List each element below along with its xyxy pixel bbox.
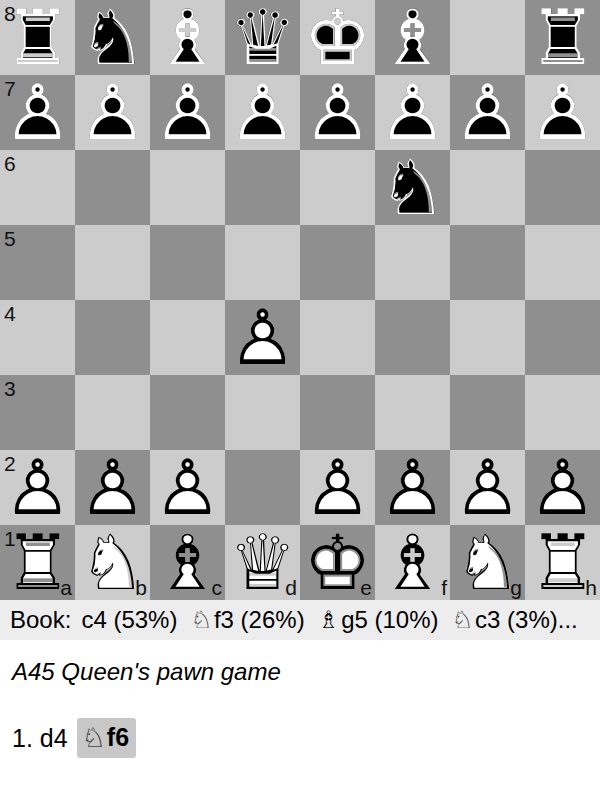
white-bishop-glyph: ♝ xyxy=(375,525,450,600)
white-pawn-glyph: ♟ xyxy=(375,450,450,525)
white-pawn-glyph: ♟ xyxy=(225,300,300,375)
square-d4[interactable]: ♟♙ xyxy=(225,300,300,375)
square-g6[interactable] xyxy=(450,150,525,225)
square-g1[interactable]: g♞♘ xyxy=(450,525,525,600)
square-b3[interactable] xyxy=(75,375,150,450)
file-label-h: h xyxy=(585,577,597,598)
knight-glyph-icon: ♘ xyxy=(82,722,106,753)
move-list: 1. d4 ♘f6 xyxy=(12,718,600,758)
black-pawn-glyph: ♟ xyxy=(300,75,375,150)
square-d2[interactable] xyxy=(225,450,300,525)
square-d7[interactable]: ♟♙ xyxy=(225,75,300,150)
square-g8[interactable] xyxy=(450,0,525,75)
square-e4[interactable] xyxy=(300,300,375,375)
white-pawn-icon[interactable]: ♟♙ xyxy=(525,450,600,525)
square-a3[interactable]: 3 xyxy=(0,375,75,450)
piece-glyph-icon: ♘ xyxy=(190,606,212,634)
black-pawn-icon[interactable]: ♟♙ xyxy=(150,75,225,150)
black-bishop-icon[interactable]: ♝♗ xyxy=(375,0,450,75)
square-e3[interactable] xyxy=(300,375,375,450)
file-label-g: g xyxy=(510,577,522,598)
white-pawn-glyph: ♙ xyxy=(450,450,525,525)
black-pawn-glyph: ♙ xyxy=(375,75,450,150)
square-c8[interactable]: ♝♗ xyxy=(150,0,225,75)
white-pawn-icon[interactable]: ♟♙ xyxy=(150,450,225,525)
square-b4[interactable] xyxy=(75,300,150,375)
opening-name: A45 Queen's pawn game xyxy=(12,658,600,686)
book-entry-c4[interactable]: c4 (53%) xyxy=(81,606,177,633)
black-pawn-glyph: ♟ xyxy=(225,75,300,150)
white-pawn-icon[interactable]: ♟♙ xyxy=(375,450,450,525)
white-pawn-icon[interactable]: ♟♙ xyxy=(300,450,375,525)
square-d6[interactable] xyxy=(225,150,300,225)
book-bar: Book: c4 (53%)♘f3 (26%)♗g5 (10%)♘c3 (3%)… xyxy=(0,600,600,640)
square-f3[interactable] xyxy=(375,375,450,450)
square-a6[interactable]: 6 xyxy=(0,150,75,225)
black-bishop-glyph: ♝ xyxy=(375,0,450,75)
file-label-e: e xyxy=(360,577,372,598)
selected-move-nf6[interactable]: ♘f6 xyxy=(77,718,136,758)
black-queen-glyph: ♛ xyxy=(225,0,300,75)
chess-board: 8♜♖♞♘♝♗♛♕♚♔♝♗♜♖7♟♙♟♙♟♙♟♙♟♙♟♙♟♙♟♙6♞♘54♟♙3… xyxy=(0,0,600,600)
square-h7[interactable]: ♟♙ xyxy=(525,75,600,150)
square-h3[interactable] xyxy=(525,375,600,450)
white-pawn-glyph: ♟ xyxy=(300,450,375,525)
black-pawn-glyph: ♟ xyxy=(375,75,450,150)
square-f6[interactable]: ♞♘ xyxy=(375,150,450,225)
square-g2[interactable]: ♟♙ xyxy=(450,450,525,525)
piece-glyph-icon: ♗ xyxy=(318,606,340,634)
file-label-c: c xyxy=(212,577,223,598)
white-bishop-icon[interactable]: ♝♗ xyxy=(375,525,450,600)
black-pawn-icon[interactable]: ♟♙ xyxy=(300,75,375,150)
black-knight-icon[interactable]: ♞♘ xyxy=(75,0,150,75)
move-white-d4[interactable]: 1. d4 xyxy=(12,724,68,753)
white-pawn-glyph: ♙ xyxy=(525,450,600,525)
square-f7[interactable]: ♟♙ xyxy=(375,75,450,150)
square-c4[interactable] xyxy=(150,300,225,375)
black-queen-glyph: ♕ xyxy=(225,0,300,75)
book-moves: c4 (53%)♘f3 (26%)♗g5 (10%)♘c3 (3%)... xyxy=(81,606,590,634)
square-c1[interactable]: c♝♗ xyxy=(150,525,225,600)
square-c3[interactable] xyxy=(150,375,225,450)
selected-move-text: f6 xyxy=(107,723,129,752)
piece-glyph-icon: ♘ xyxy=(452,606,474,634)
black-bishop-glyph: ♝ xyxy=(150,0,225,75)
black-bishop-glyph: ♗ xyxy=(375,0,450,75)
black-king-glyph: ♔ xyxy=(300,0,375,75)
black-pawn-glyph: ♟ xyxy=(150,75,225,150)
square-g3[interactable] xyxy=(450,375,525,450)
rank-label-6: 6 xyxy=(4,153,16,174)
square-b1[interactable]: b♞♘ xyxy=(75,525,150,600)
black-pawn-glyph: ♙ xyxy=(225,75,300,150)
black-pawn-icon[interactable]: ♟♙ xyxy=(450,75,525,150)
black-knight-glyph: ♞ xyxy=(375,150,450,225)
square-g7[interactable]: ♟♙ xyxy=(450,75,525,150)
rank-label-8: 8 xyxy=(4,3,16,24)
white-pawn-glyph: ♟ xyxy=(525,450,600,525)
black-pawn-glyph: ♙ xyxy=(75,75,150,150)
white-pawn-glyph: ♙ xyxy=(150,450,225,525)
chess-app: 8♜♖♞♘♝♗♛♕♚♔♝♗♜♖7♟♙♟♙♟♙♟♙♟♙♟♙♟♙♟♙6♞♘54♟♙3… xyxy=(0,0,600,758)
square-e2[interactable]: ♟♙ xyxy=(300,450,375,525)
file-label-f: f xyxy=(441,577,447,598)
black-queen-icon[interactable]: ♛♕ xyxy=(225,0,300,75)
black-pawn-glyph: ♙ xyxy=(150,75,225,150)
rank-label-7: 7 xyxy=(4,78,16,99)
file-label-b: b xyxy=(135,577,147,598)
square-e5[interactable] xyxy=(300,225,375,300)
square-f8[interactable]: ♝♗ xyxy=(375,0,450,75)
square-c7[interactable]: ♟♙ xyxy=(150,75,225,150)
square-h6[interactable] xyxy=(525,150,600,225)
square-b8[interactable]: ♞♘ xyxy=(75,0,150,75)
square-a5[interactable]: 5 xyxy=(0,225,75,300)
square-f4[interactable] xyxy=(375,300,450,375)
book-entry-g5[interactable]: ♗g5 (10%) xyxy=(318,606,439,633)
white-pawn-icon[interactable]: ♟♙ xyxy=(450,450,525,525)
black-knight-glyph: ♘ xyxy=(75,0,150,75)
black-bishop-icon[interactable]: ♝♗ xyxy=(150,0,225,75)
rank-label-2: 2 xyxy=(4,453,16,474)
black-pawn-icon[interactable]: ♟♙ xyxy=(75,75,150,150)
black-pawn-icon[interactable]: ♟♙ xyxy=(525,75,600,150)
square-f2[interactable]: ♟♙ xyxy=(375,450,450,525)
square-a4[interactable]: 4 xyxy=(0,300,75,375)
file-label-d: d xyxy=(285,577,297,598)
square-h2[interactable]: ♟♙ xyxy=(525,450,600,525)
file-label-a: a xyxy=(60,577,72,598)
square-a7[interactable]: 7♟♙ xyxy=(0,75,75,150)
square-b2[interactable]: ♟♙ xyxy=(75,450,150,525)
square-b6[interactable] xyxy=(75,150,150,225)
square-f5[interactable] xyxy=(375,225,450,300)
white-pawn-glyph: ♙ xyxy=(375,450,450,525)
book-label: Book: xyxy=(10,606,71,634)
black-rook-glyph: ♖ xyxy=(525,0,600,75)
square-d8[interactable]: ♛♕ xyxy=(225,0,300,75)
square-h8[interactable]: ♜♖ xyxy=(525,0,600,75)
black-pawn-glyph: ♟ xyxy=(525,75,600,150)
square-c2[interactable]: ♟♙ xyxy=(150,450,225,525)
black-knight-glyph: ♘ xyxy=(375,150,450,225)
white-pawn-glyph: ♟ xyxy=(150,450,225,525)
square-e7[interactable]: ♟♙ xyxy=(300,75,375,150)
black-pawn-glyph: ♙ xyxy=(300,75,375,150)
square-a2[interactable]: 2♟♙ xyxy=(0,450,75,525)
white-pawn-glyph: ♙ xyxy=(75,450,150,525)
black-king-glyph: ♚ xyxy=(300,0,375,75)
rank-label-3: 3 xyxy=(4,378,16,399)
square-h5[interactable] xyxy=(525,225,600,300)
black-knight-icon[interactable]: ♞♘ xyxy=(375,150,450,225)
white-pawn-glyph: ♟ xyxy=(75,450,150,525)
black-bishop-glyph: ♗ xyxy=(150,0,225,75)
black-pawn-icon[interactable]: ♟♙ xyxy=(375,75,450,150)
black-king-icon[interactable]: ♚♔ xyxy=(300,0,375,75)
white-pawn-glyph: ♙ xyxy=(300,450,375,525)
white-pawn-glyph: ♟ xyxy=(450,450,525,525)
square-e8[interactable]: ♚♔ xyxy=(300,0,375,75)
black-rook-icon[interactable]: ♜♖ xyxy=(525,0,600,75)
square-e1[interactable]: e♚♔ xyxy=(300,525,375,600)
black-rook-glyph: ♜ xyxy=(525,0,600,75)
rank-label-5: 5 xyxy=(4,228,16,249)
white-pawn-icon[interactable]: ♟♙ xyxy=(225,300,300,375)
square-b5[interactable] xyxy=(75,225,150,300)
black-pawn-glyph: ♙ xyxy=(525,75,600,150)
square-a1[interactable]: 1a♜♖ xyxy=(0,525,75,600)
white-pawn-glyph: ♙ xyxy=(225,300,300,375)
square-d1[interactable]: d♛♕ xyxy=(225,525,300,600)
black-pawn-glyph: ♟ xyxy=(75,75,150,150)
square-d5[interactable] xyxy=(225,225,300,300)
square-f1[interactable]: f♝♗ xyxy=(375,525,450,600)
black-pawn-icon[interactable]: ♟♙ xyxy=(225,75,300,150)
square-c5[interactable] xyxy=(150,225,225,300)
square-g5[interactable] xyxy=(450,225,525,300)
square-g4[interactable] xyxy=(450,300,525,375)
square-b7[interactable]: ♟♙ xyxy=(75,75,150,150)
rank-label-4: 4 xyxy=(4,303,16,324)
square-h1[interactable]: h♜♖ xyxy=(525,525,600,600)
black-pawn-glyph: ♙ xyxy=(450,75,525,150)
square-h4[interactable] xyxy=(525,300,600,375)
white-bishop-glyph: ♗ xyxy=(375,525,450,600)
book-entry-f3[interactable]: ♘f3 (26%) xyxy=(190,606,304,633)
rank-label-1: 1 xyxy=(4,528,16,549)
black-pawn-glyph: ♟ xyxy=(450,75,525,150)
square-d3[interactable] xyxy=(225,375,300,450)
book-entry-c3[interactable]: ♘c3 (3%)... xyxy=(452,606,578,633)
square-c6[interactable] xyxy=(150,150,225,225)
square-e6[interactable] xyxy=(300,150,375,225)
square-a8[interactable]: 8♜♖ xyxy=(0,0,75,75)
black-knight-glyph: ♞ xyxy=(75,0,150,75)
white-pawn-icon[interactable]: ♟♙ xyxy=(75,450,150,525)
